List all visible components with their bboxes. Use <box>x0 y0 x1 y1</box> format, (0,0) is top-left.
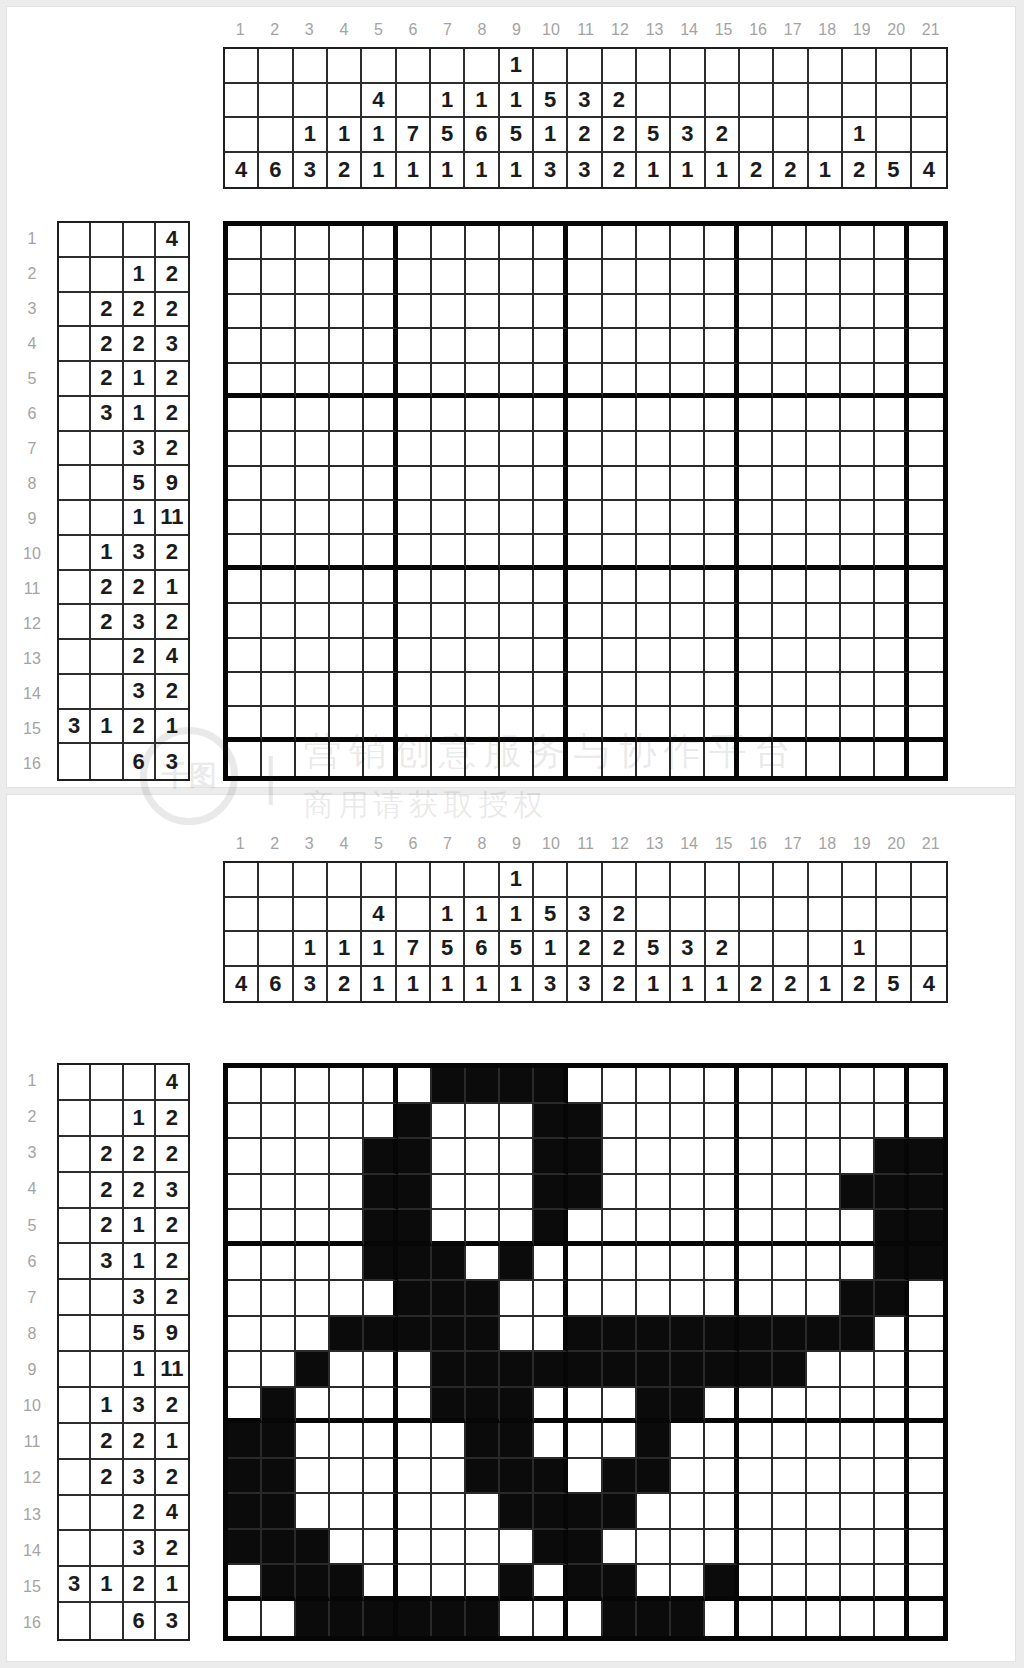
board-cell-r9-c7[interactable] <box>432 1352 466 1388</box>
board-cell-r12-c15[interactable] <box>705 1459 739 1495</box>
board-cell-r11-c17[interactable] <box>773 1423 807 1459</box>
board-cell-r9-c19[interactable] <box>841 501 875 535</box>
board-cell-r7-c6[interactable] <box>398 1281 432 1317</box>
board-cell-r5-c10[interactable] <box>534 364 568 398</box>
board-cell-r5-c11[interactable] <box>568 364 602 398</box>
board-cell-r10-c14[interactable] <box>671 1388 705 1424</box>
board-cell-r16-c19[interactable] <box>841 742 875 776</box>
board-cell-r3-c4[interactable] <box>330 1139 364 1175</box>
board-cell-r10-c14[interactable] <box>671 535 705 569</box>
board-cell-r10-c13[interactable] <box>637 535 671 569</box>
board-cell-r12-c6[interactable] <box>398 1459 432 1495</box>
board-cell-r1-c19[interactable] <box>841 226 875 260</box>
board-cell-r8-c18[interactable] <box>807 1317 841 1353</box>
board-cell-r13-c13[interactable] <box>637 639 671 673</box>
board-cell-r1-c9[interactable] <box>500 1068 534 1104</box>
board-cell-r11-c11[interactable] <box>568 570 602 604</box>
board-cell-r8-c1[interactable] <box>228 1317 262 1353</box>
board-cell-r12-c15[interactable] <box>705 604 739 638</box>
board-cell-r14-c3[interactable] <box>296 1530 330 1566</box>
board-cell-r11-c10[interactable] <box>534 1423 568 1459</box>
board-cell-r14-c16[interactable] <box>739 1530 773 1566</box>
board-cell-r2-c15[interactable] <box>705 260 739 294</box>
board-cell-r11-c12[interactable] <box>603 1423 637 1459</box>
board-cell-r4-c9[interactable] <box>500 329 534 363</box>
board-cell-r13-c6[interactable] <box>398 639 432 673</box>
board-cell-r4-c13[interactable] <box>637 329 671 363</box>
board-cell-r8-c13[interactable] <box>637 1317 671 1353</box>
board-cell-r5-c5[interactable] <box>364 364 398 398</box>
board-cell-r16-c21[interactable] <box>909 742 943 776</box>
board-cell-r9-c4[interactable] <box>330 501 364 535</box>
board-cell-r16-c4[interactable] <box>330 1601 364 1637</box>
board-cell-r4-c12[interactable] <box>603 1175 637 1211</box>
board-cell-r3-c15[interactable] <box>705 295 739 329</box>
board-cell-r4-c20[interactable] <box>875 1175 909 1211</box>
board-cell-r14-c17[interactable] <box>773 673 807 707</box>
board-cell-r5-c20[interactable] <box>875 1210 909 1246</box>
board-cell-r4-c7[interactable] <box>432 1175 466 1211</box>
board-cell-r2-c3[interactable] <box>296 260 330 294</box>
board-cell-r14-c21[interactable] <box>909 673 943 707</box>
board-cell-r2-c11[interactable] <box>568 1104 602 1140</box>
board-cell-r10-c12[interactable] <box>603 1388 637 1424</box>
board-cell-r15-c20[interactable] <box>875 1565 909 1601</box>
board-cell-r5-c3[interactable] <box>296 1210 330 1246</box>
board-cell-r11-c20[interactable] <box>875 570 909 604</box>
board-cell-r10-c15[interactable] <box>705 1388 739 1424</box>
board-cell-r11-c18[interactable] <box>807 1423 841 1459</box>
board-cell-r13-c19[interactable] <box>841 1494 875 1530</box>
board-cell-r14-c10[interactable] <box>534 1530 568 1566</box>
board-cell-r13-c18[interactable] <box>807 1494 841 1530</box>
board-cell-r12-c5[interactable] <box>364 604 398 638</box>
board-cell-r3-c8[interactable] <box>466 1139 500 1175</box>
board-cell-r16-c20[interactable] <box>875 742 909 776</box>
board-cell-r10-c3[interactable] <box>296 535 330 569</box>
board-cell-r3-c1[interactable] <box>228 295 262 329</box>
board-cell-r3-c12[interactable] <box>603 295 637 329</box>
board-cell-r6-c16[interactable] <box>739 398 773 432</box>
board-cell-r11-c9[interactable] <box>500 1423 534 1459</box>
board-cell-r9-c14[interactable] <box>671 1352 705 1388</box>
board-cell-r1-c15[interactable] <box>705 226 739 260</box>
board-cell-r1-c17[interactable] <box>773 1068 807 1104</box>
board-cell-r11-c17[interactable] <box>773 570 807 604</box>
board-cell-r4-c4[interactable] <box>330 1175 364 1211</box>
board-cell-r7-c20[interactable] <box>875 432 909 466</box>
board-cell-r9-c20[interactable] <box>875 1352 909 1388</box>
board-cell-r8-c9[interactable] <box>500 467 534 501</box>
board-cell-r2-c5[interactable] <box>364 260 398 294</box>
board-cell-r12-c2[interactable] <box>262 604 296 638</box>
board-cell-r14-c5[interactable] <box>364 1530 398 1566</box>
board-cell-r12-c13[interactable] <box>637 1459 671 1495</box>
board-cell-r2-c1[interactable] <box>228 260 262 294</box>
board-cell-r2-c17[interactable] <box>773 1104 807 1140</box>
board-cell-r7-c6[interactable] <box>398 432 432 466</box>
board-cell-r3-c8[interactable] <box>466 295 500 329</box>
board-cell-r1-c8[interactable] <box>466 1068 500 1104</box>
board-cell-r2-c13[interactable] <box>637 260 671 294</box>
board-cell-r10-c20[interactable] <box>875 535 909 569</box>
board-cell-r3-c6[interactable] <box>398 295 432 329</box>
board-cell-r14-c19[interactable] <box>841 1530 875 1566</box>
board-cell-r11-c6[interactable] <box>398 1423 432 1459</box>
board-cell-r2-c10[interactable] <box>534 260 568 294</box>
board-cell-r2-c8[interactable] <box>466 260 500 294</box>
board-cell-r6-c11[interactable] <box>568 398 602 432</box>
board-cell-r8-c17[interactable] <box>773 467 807 501</box>
board-cell-r16-c17[interactable] <box>773 742 807 776</box>
board-cell-r12-c18[interactable] <box>807 604 841 638</box>
board-cell-r8-c6[interactable] <box>398 1317 432 1353</box>
board-cell-r7-c17[interactable] <box>773 1281 807 1317</box>
board-cell-r10-c2[interactable] <box>262 535 296 569</box>
board-cell-r14-c13[interactable] <box>637 673 671 707</box>
board-cell-r11-c14[interactable] <box>671 1423 705 1459</box>
board-cell-r10-c5[interactable] <box>364 535 398 569</box>
board-cell-r4-c10[interactable] <box>534 1175 568 1211</box>
board-cell-r9-c14[interactable] <box>671 501 705 535</box>
board-cell-r12-c18[interactable] <box>807 1459 841 1495</box>
board-cell-r9-c7[interactable] <box>432 501 466 535</box>
board-cell-r14-c12[interactable] <box>603 1530 637 1566</box>
board-cell-r2-c18[interactable] <box>807 1104 841 1140</box>
board-cell-r2-c15[interactable] <box>705 1104 739 1140</box>
board-cell-r8-c10[interactable] <box>534 1317 568 1353</box>
board-cell-r6-c7[interactable] <box>432 1246 466 1282</box>
board-cell-r16-c1[interactable] <box>228 1601 262 1637</box>
board-cell-r10-c11[interactable] <box>568 1388 602 1424</box>
board-cell-r9-c4[interactable] <box>330 1352 364 1388</box>
board-cell-r15-c21[interactable] <box>909 707 943 741</box>
board-cell-r9-c6[interactable] <box>398 501 432 535</box>
board-cell-r5-c15[interactable] <box>705 364 739 398</box>
board-cell-r12-c16[interactable] <box>739 1459 773 1495</box>
board-cell-r7-c15[interactable] <box>705 432 739 466</box>
board-cell-r14-c14[interactable] <box>671 673 705 707</box>
board-cell-r4-c15[interactable] <box>705 1175 739 1211</box>
board-cell-r5-c5[interactable] <box>364 1210 398 1246</box>
board-cell-r3-c20[interactable] <box>875 1139 909 1175</box>
board-cell-r16-c10[interactable] <box>534 742 568 776</box>
board-cell-r16-c15[interactable] <box>705 1601 739 1637</box>
board-cell-r13-c4[interactable] <box>330 639 364 673</box>
board-cell-r12-c17[interactable] <box>773 604 807 638</box>
board-cell-r2-c21[interactable] <box>909 260 943 294</box>
board-cell-r13-c2[interactable] <box>262 1494 296 1530</box>
board-cell-r14-c5[interactable] <box>364 673 398 707</box>
board-cell-r13-c3[interactable] <box>296 639 330 673</box>
board-cell-r5-c7[interactable] <box>432 1210 466 1246</box>
board-cell-r9-c21[interactable] <box>909 1352 943 1388</box>
board-cell-r15-c1[interactable] <box>228 707 262 741</box>
board-cell-r7-c12[interactable] <box>603 432 637 466</box>
board-cell-r8-c21[interactable] <box>909 1317 943 1353</box>
board-cell-r5-c15[interactable] <box>705 1210 739 1246</box>
board-cell-r6-c14[interactable] <box>671 1246 705 1282</box>
board-cell-r14-c2[interactable] <box>262 673 296 707</box>
board-cell-r15-c5[interactable] <box>364 707 398 741</box>
board-cell-r1-c16[interactable] <box>739 226 773 260</box>
board-cell-r10-c1[interactable] <box>228 535 262 569</box>
board-cell-r3-c2[interactable] <box>262 295 296 329</box>
board-cell-r5-c19[interactable] <box>841 1210 875 1246</box>
board-cell-r16-c14[interactable] <box>671 742 705 776</box>
board-cell-r5-c16[interactable] <box>739 1210 773 1246</box>
board-cell-r10-c21[interactable] <box>909 1388 943 1424</box>
board-cell-r8-c10[interactable] <box>534 467 568 501</box>
board-cell-r8-c7[interactable] <box>432 467 466 501</box>
board-cell-r16-c6[interactable] <box>398 1601 432 1637</box>
board-cell-r10-c8[interactable] <box>466 1388 500 1424</box>
board-cell-r15-c14[interactable] <box>671 1565 705 1601</box>
board-cell-r12-c9[interactable] <box>500 1459 534 1495</box>
board-cell-r7-c16[interactable] <box>739 432 773 466</box>
board-cell-r12-c14[interactable] <box>671 604 705 638</box>
board-cell-r8-c11[interactable] <box>568 1317 602 1353</box>
board-cell-r3-c18[interactable] <box>807 1139 841 1175</box>
board-cell-r6-c13[interactable] <box>637 1246 671 1282</box>
board-cell-r14-c4[interactable] <box>330 1530 364 1566</box>
board-cell-r1-c21[interactable] <box>909 1068 943 1104</box>
board-cell-r13-c1[interactable] <box>228 1494 262 1530</box>
board-cell-r11-c3[interactable] <box>296 1423 330 1459</box>
board-cell-r15-c15[interactable] <box>705 707 739 741</box>
board-cell-r9-c17[interactable] <box>773 501 807 535</box>
board-cell-r9-c16[interactable] <box>739 501 773 535</box>
board-cell-r4-c18[interactable] <box>807 1175 841 1211</box>
board-cell-r7-c17[interactable] <box>773 432 807 466</box>
board-cell-r6-c18[interactable] <box>807 398 841 432</box>
board-cell-r11-c1[interactable] <box>228 1423 262 1459</box>
board-cell-r13-c10[interactable] <box>534 1494 568 1530</box>
board-cell-r9-c17[interactable] <box>773 1352 807 1388</box>
board-cell-r14-c15[interactable] <box>705 1530 739 1566</box>
board-cell-r15-c9[interactable] <box>500 707 534 741</box>
board-cell-r11-c2[interactable] <box>262 570 296 604</box>
board-cell-r13-c17[interactable] <box>773 1494 807 1530</box>
board-cell-r15-c7[interactable] <box>432 707 466 741</box>
board-cell-r12-c12[interactable] <box>603 1459 637 1495</box>
board-cell-r14-c20[interactable] <box>875 673 909 707</box>
board-cell-r7-c8[interactable] <box>466 1281 500 1317</box>
board-cell-r14-c12[interactable] <box>603 673 637 707</box>
board-cell-r4-c1[interactable] <box>228 1175 262 1211</box>
board-cell-r6-c5[interactable] <box>364 1246 398 1282</box>
board-cell-r4-c14[interactable] <box>671 329 705 363</box>
board-cell-r8-c5[interactable] <box>364 467 398 501</box>
board-cell-r2-c21[interactable] <box>909 1104 943 1140</box>
board-cell-r2-c4[interactable] <box>330 260 364 294</box>
board-cell-r1-c3[interactable] <box>296 226 330 260</box>
board-cell-r4-c6[interactable] <box>398 1175 432 1211</box>
board-cell-r14-c6[interactable] <box>398 1530 432 1566</box>
board-cell-r14-c7[interactable] <box>432 673 466 707</box>
board-cell-r11-c7[interactable] <box>432 1423 466 1459</box>
board-cell-r3-c16[interactable] <box>739 295 773 329</box>
board-cell-r2-c9[interactable] <box>500 260 534 294</box>
board-cell-r16-c11[interactable] <box>568 742 602 776</box>
board-cell-r15-c14[interactable] <box>671 707 705 741</box>
board-cell-r4-c9[interactable] <box>500 1175 534 1211</box>
board-cell-r1-c17[interactable] <box>773 226 807 260</box>
board-cell-r5-c13[interactable] <box>637 1210 671 1246</box>
board-cell-r4-c8[interactable] <box>466 329 500 363</box>
board-cell-r8-c13[interactable] <box>637 467 671 501</box>
board-cell-r4-c18[interactable] <box>807 329 841 363</box>
board-cell-r15-c8[interactable] <box>466 707 500 741</box>
board-cell-r15-c6[interactable] <box>398 1565 432 1601</box>
board-cell-r16-c18[interactable] <box>807 742 841 776</box>
board-cell-r13-c21[interactable] <box>909 1494 943 1530</box>
board-cell-r16-c16[interactable] <box>739 742 773 776</box>
board-cell-r11-c21[interactable] <box>909 1423 943 1459</box>
board-cell-r8-c16[interactable] <box>739 1317 773 1353</box>
board-cell-r5-c17[interactable] <box>773 1210 807 1246</box>
board-cell-r9-c12[interactable] <box>603 1352 637 1388</box>
board-cell-r4-c1[interactable] <box>228 329 262 363</box>
board-cell-r10-c16[interactable] <box>739 535 773 569</box>
board-cell-r1-c13[interactable] <box>637 226 671 260</box>
board-cell-r9-c11[interactable] <box>568 501 602 535</box>
board-cell-r16-c6[interactable] <box>398 742 432 776</box>
board-cell-r2-c12[interactable] <box>603 260 637 294</box>
board-cell-r5-c8[interactable] <box>466 364 500 398</box>
board-cell-r14-c9[interactable] <box>500 1530 534 1566</box>
board-cell-r2-c7[interactable] <box>432 1104 466 1140</box>
board-cell-r16-c11[interactable] <box>568 1601 602 1637</box>
board-cell-r1-c7[interactable] <box>432 226 466 260</box>
board-cell-r5-c14[interactable] <box>671 1210 705 1246</box>
board-cell-r9-c20[interactable] <box>875 501 909 535</box>
board-cell-r11-c7[interactable] <box>432 570 466 604</box>
board-cell-r8-c8[interactable] <box>466 1317 500 1353</box>
board-cell-r16-c5[interactable] <box>364 1601 398 1637</box>
board-cell-r3-c5[interactable] <box>364 295 398 329</box>
board-cell-r3-c17[interactable] <box>773 295 807 329</box>
board-cell-r8-c20[interactable] <box>875 1317 909 1353</box>
board-cell-r13-c12[interactable] <box>603 639 637 673</box>
board-cell-r11-c15[interactable] <box>705 570 739 604</box>
board-cell-r6-c4[interactable] <box>330 398 364 432</box>
board-cell-r7-c2[interactable] <box>262 1281 296 1317</box>
board-cell-r13-c13[interactable] <box>637 1494 671 1530</box>
board-cell-r6-c6[interactable] <box>398 398 432 432</box>
board-cell-r9-c8[interactable] <box>466 501 500 535</box>
board-cell-r14-c13[interactable] <box>637 1530 671 1566</box>
board-cell-r6-c8[interactable] <box>466 1246 500 1282</box>
board-cell-r9-c1[interactable] <box>228 501 262 535</box>
board-cell-r10-c4[interactable] <box>330 535 364 569</box>
board-cell-r6-c1[interactable] <box>228 1246 262 1282</box>
board-cell-r8-c3[interactable] <box>296 1317 330 1353</box>
board-cell-r4-c16[interactable] <box>739 1175 773 1211</box>
board-cell-r2-c17[interactable] <box>773 260 807 294</box>
board-cell-r16-c12[interactable] <box>603 742 637 776</box>
board-cell-r4-c15[interactable] <box>705 329 739 363</box>
board-cell-r9-c2[interactable] <box>262 501 296 535</box>
board-cell-r13-c11[interactable] <box>568 1494 602 1530</box>
board-cell-r12-c20[interactable] <box>875 604 909 638</box>
board-cell-r1-c1[interactable] <box>228 1068 262 1104</box>
board-cell-r2-c16[interactable] <box>739 260 773 294</box>
board-cell-r12-c12[interactable] <box>603 604 637 638</box>
board-cell-r10-c15[interactable] <box>705 535 739 569</box>
board-cell-r13-c18[interactable] <box>807 639 841 673</box>
board-cell-r4-c21[interactable] <box>909 329 943 363</box>
board-cell-r2-c20[interactable] <box>875 260 909 294</box>
board-cell-r15-c12[interactable] <box>603 1565 637 1601</box>
board-cell-r10-c8[interactable] <box>466 535 500 569</box>
board-cell-r7-c18[interactable] <box>807 1281 841 1317</box>
board-cell-r13-c14[interactable] <box>671 639 705 673</box>
board-cell-r1-c18[interactable] <box>807 226 841 260</box>
board-cell-r14-c21[interactable] <box>909 1530 943 1566</box>
board-cell-r1-c2[interactable] <box>262 1068 296 1104</box>
board-cell-r12-c4[interactable] <box>330 604 364 638</box>
board-cell-r5-c2[interactable] <box>262 364 296 398</box>
board-cell-r13-c1[interactable] <box>228 639 262 673</box>
board-cell-r1-c21[interactable] <box>909 226 943 260</box>
board-cell-r8-c7[interactable] <box>432 1317 466 1353</box>
board-cell-r9-c15[interactable] <box>705 501 739 535</box>
board-cell-r7-c14[interactable] <box>671 432 705 466</box>
board-cell-r11-c16[interactable] <box>739 570 773 604</box>
board-cell-r15-c7[interactable] <box>432 1565 466 1601</box>
board-cell-r9-c5[interactable] <box>364 501 398 535</box>
board-cell-r14-c8[interactable] <box>466 1530 500 1566</box>
board-cell-r16-c16[interactable] <box>739 1601 773 1637</box>
board-cell-r15-c10[interactable] <box>534 1565 568 1601</box>
board-cell-r16-c15[interactable] <box>705 742 739 776</box>
board-cell-r11-c18[interactable] <box>807 570 841 604</box>
board-cell-r10-c4[interactable] <box>330 1388 364 1424</box>
board-cell-r14-c18[interactable] <box>807 673 841 707</box>
board-cell-r12-c19[interactable] <box>841 1459 875 1495</box>
board-cell-r7-c3[interactable] <box>296 1281 330 1317</box>
board-cell-r9-c2[interactable] <box>262 1352 296 1388</box>
board-cell-r8-c20[interactable] <box>875 467 909 501</box>
board-cell-r12-c17[interactable] <box>773 1459 807 1495</box>
board-cell-r5-c14[interactable] <box>671 364 705 398</box>
board-cell-r7-c9[interactable] <box>500 1281 534 1317</box>
board-cell-r4-c12[interactable] <box>603 329 637 363</box>
board-cell-r6-c9[interactable] <box>500 398 534 432</box>
board-cell-r9-c5[interactable] <box>364 1352 398 1388</box>
board-cell-r5-c10[interactable] <box>534 1210 568 1246</box>
board-cell-r5-c8[interactable] <box>466 1210 500 1246</box>
board-cell-r12-c8[interactable] <box>466 604 500 638</box>
board-cell-r1-c20[interactable] <box>875 226 909 260</box>
board-cell-r15-c6[interactable] <box>398 707 432 741</box>
board-cell-r3-c14[interactable] <box>671 1139 705 1175</box>
board-cell-r8-c2[interactable] <box>262 467 296 501</box>
board-cell-r8-c12[interactable] <box>603 1317 637 1353</box>
board-cell-r8-c11[interactable] <box>568 467 602 501</box>
board-cell-r13-c20[interactable] <box>875 1494 909 1530</box>
board-cell-r5-c17[interactable] <box>773 364 807 398</box>
board-cell-r2-c4[interactable] <box>330 1104 364 1140</box>
board-cell-r16-c7[interactable] <box>432 1601 466 1637</box>
board-cell-r5-c1[interactable] <box>228 1210 262 1246</box>
board-cell-r13-c5[interactable] <box>364 639 398 673</box>
board-cell-r7-c4[interactable] <box>330 1281 364 1317</box>
board-cell-r7-c21[interactable] <box>909 432 943 466</box>
board-cell-r15-c19[interactable] <box>841 1565 875 1601</box>
board-cell-r6-c3[interactable] <box>296 1246 330 1282</box>
